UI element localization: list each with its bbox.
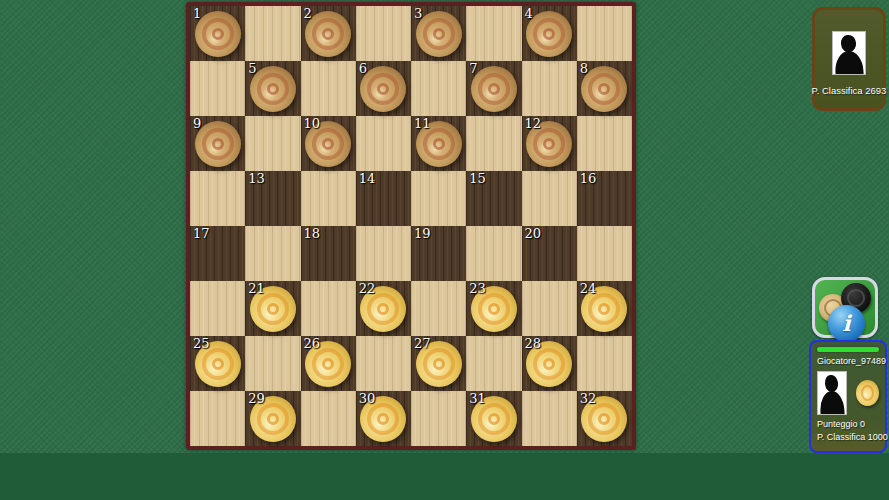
light-square (245, 336, 300, 391)
square-number: 31 (469, 391, 486, 407)
square-number: 32 (580, 391, 597, 407)
light-square (356, 226, 411, 281)
light-square (301, 281, 356, 336)
light-square (522, 391, 577, 446)
light-square (411, 171, 466, 226)
light-square (522, 281, 577, 336)
square-1[interactable]: 1 (190, 6, 245, 61)
light-square (356, 336, 411, 391)
light-square (577, 116, 632, 171)
square-16[interactable]: 16 (577, 171, 632, 226)
light-square (190, 281, 245, 336)
square-24[interactable]: 24 (577, 281, 632, 336)
light-square (190, 61, 245, 116)
light-square (301, 391, 356, 446)
square-4[interactable]: 4 (522, 6, 577, 61)
light-square (301, 171, 356, 226)
light-square (466, 116, 521, 171)
light-square (466, 6, 521, 61)
square-number: 24 (580, 281, 597, 297)
light-square (522, 61, 577, 116)
checker-piece-dark[interactable] (581, 66, 627, 112)
square-17[interactable]: 17 (190, 226, 245, 281)
info-button[interactable]: i (812, 277, 878, 338)
square-18[interactable]: 18 (301, 226, 356, 281)
square-26[interactable]: 26 (301, 336, 356, 391)
square-28[interactable]: 28 (522, 336, 577, 391)
square-number: 9 (193, 116, 201, 132)
light-square (466, 336, 521, 391)
square-27[interactable]: 27 (411, 336, 466, 391)
checker-piece-dark[interactable] (360, 66, 406, 112)
square-12[interactable]: 12 (522, 116, 577, 171)
opponent-avatar (832, 31, 866, 75)
square-number: 11 (414, 116, 431, 132)
light-square (466, 226, 521, 281)
light-square (245, 6, 300, 61)
square-32[interactable]: 32 (577, 391, 632, 446)
turn-progress-bar (817, 347, 879, 352)
square-number: 6 (359, 61, 367, 77)
square-number: 29 (248, 391, 265, 407)
light-square (522, 171, 577, 226)
opponent-panel[interactable]: P. Classifica 2693 (812, 7, 886, 111)
square-8[interactable]: 8 (577, 61, 632, 116)
player-color-checker-icon (856, 380, 879, 406)
checker-piece-dark[interactable] (416, 11, 462, 57)
square-number: 3 (414, 6, 422, 22)
avatar-silhouette (824, 374, 838, 392)
square-21[interactable]: 21 (245, 281, 300, 336)
light-square (356, 116, 411, 171)
square-14[interactable]: 14 (356, 171, 411, 226)
light-square (577, 6, 632, 61)
game-screen: 1234567891011121314151617181920212223242… (0, 0, 889, 500)
square-19[interactable]: 19 (411, 226, 466, 281)
light-square (411, 281, 466, 336)
light-square (190, 391, 245, 446)
square-9[interactable]: 9 (190, 116, 245, 171)
player-score-label: Punteggio 0 (817, 419, 879, 429)
square-number: 23 (469, 281, 486, 297)
square-number: 1 (193, 6, 201, 22)
checker-piece-dark[interactable] (526, 11, 572, 57)
square-3[interactable]: 3 (411, 6, 466, 61)
square-number: 17 (193, 226, 210, 242)
square-number: 16 (580, 171, 597, 187)
square-6[interactable]: 6 (356, 61, 411, 116)
square-number: 26 (304, 336, 321, 352)
light-square (301, 61, 356, 116)
square-number: 13 (248, 171, 265, 187)
player-name: Giocatore_97489 (817, 356, 879, 366)
square-number: 27 (414, 336, 431, 352)
square-29[interactable]: 29 (245, 391, 300, 446)
square-number: 2 (304, 6, 312, 22)
square-23[interactable]: 23 (466, 281, 521, 336)
square-number: 30 (359, 391, 376, 407)
square-2[interactable]: 2 (301, 6, 356, 61)
square-number: 4 (525, 6, 533, 22)
square-number: 8 (580, 61, 588, 77)
light-square (356, 6, 411, 61)
info-icon: i (828, 305, 865, 342)
light-square (577, 336, 632, 391)
square-22[interactable]: 22 (356, 281, 411, 336)
square-30[interactable]: 30 (356, 391, 411, 446)
light-square (245, 116, 300, 171)
square-number: 14 (359, 171, 376, 187)
square-number: 15 (469, 171, 486, 187)
square-25[interactable]: 25 (190, 336, 245, 391)
player-rating-label: P. Classifica 1000 (817, 432, 879, 442)
square-5[interactable]: 5 (245, 61, 300, 116)
square-20[interactable]: 20 (522, 226, 577, 281)
square-number: 21 (248, 281, 265, 297)
square-number: 10 (304, 116, 321, 132)
square-number: 7 (469, 61, 477, 77)
light-square (245, 226, 300, 281)
player-panel[interactable]: Giocatore_97489 Punteggio 0 P. Classific… (809, 340, 887, 453)
light-square (190, 171, 245, 226)
light-square (411, 61, 466, 116)
square-number: 20 (525, 226, 542, 242)
light-square (411, 391, 466, 446)
square-11[interactable]: 11 (411, 116, 466, 171)
square-number: 19 (414, 226, 431, 242)
opponent-rating-label: P. Classifica 2693 (812, 85, 887, 96)
square-7[interactable]: 7 (466, 61, 521, 116)
checker-piece-dark[interactable] (195, 121, 241, 167)
square-number: 5 (248, 61, 256, 77)
square-number: 18 (304, 226, 321, 242)
checker-piece-dark[interactable] (305, 11, 351, 57)
bottom-bar (0, 453, 889, 500)
checker-piece-dark[interactable] (195, 11, 241, 57)
square-10[interactable]: 10 (301, 116, 356, 171)
square-31[interactable]: 31 (466, 391, 521, 446)
square-number: 12 (525, 116, 542, 132)
checkers-board: 1234567891011121314151617181920212223242… (186, 2, 636, 450)
square-15[interactable]: 15 (466, 171, 521, 226)
square-number: 22 (359, 281, 376, 297)
square-13[interactable]: 13 (245, 171, 300, 226)
light-square (577, 226, 632, 281)
avatar-silhouette (840, 34, 856, 52)
square-number: 25 (193, 336, 210, 352)
player-avatar (817, 371, 847, 415)
square-number: 28 (525, 336, 542, 352)
